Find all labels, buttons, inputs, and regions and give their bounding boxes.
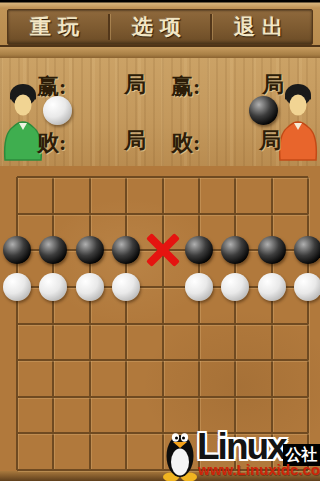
stone-white bbox=[39, 273, 67, 301]
grid-line-horizontal bbox=[17, 323, 308, 325]
grid-line-horizontal bbox=[17, 396, 308, 398]
stone-white bbox=[294, 273, 320, 301]
stone-white bbox=[221, 273, 249, 301]
right-player-avatar bbox=[279, 82, 319, 162]
right-win-label: 赢: bbox=[171, 72, 200, 102]
options-button[interactable]: 选项 bbox=[110, 13, 210, 41]
stone-black bbox=[294, 236, 320, 264]
grid-line-horizontal bbox=[17, 359, 308, 361]
tux-penguin-icon bbox=[161, 427, 199, 481]
stone-white bbox=[258, 273, 286, 301]
menu-bar-frame-lip bbox=[0, 45, 320, 58]
stone-black bbox=[185, 236, 213, 264]
game-screen: 重玩 选项 退出 bbox=[0, 0, 320, 481]
watermark-url: www.Linuxidc.com bbox=[198, 461, 320, 478]
exit-button[interactable]: 退出 bbox=[212, 13, 312, 41]
right-player-stone-black bbox=[249, 96, 278, 125]
grid-line-horizontal bbox=[17, 176, 308, 178]
grid-line-horizontal bbox=[17, 213, 308, 215]
stone-black bbox=[221, 236, 249, 264]
replay-button[interactable]: 重玩 bbox=[8, 13, 108, 41]
left-lose-label: 败: bbox=[37, 128, 66, 158]
stone-white bbox=[185, 273, 213, 301]
watermark-brand: Linux bbox=[197, 429, 297, 465]
scoreboard: 赢: 败: 局 局 赢: 败: 局 局 bbox=[0, 58, 320, 169]
left-player-avatar bbox=[2, 82, 42, 162]
menu-panel: 重玩 选项 退出 bbox=[7, 9, 313, 45]
stone-black bbox=[112, 236, 140, 264]
stone-black bbox=[258, 236, 286, 264]
left-lose-unit: 局 bbox=[124, 126, 146, 156]
last-move-marker bbox=[146, 233, 180, 267]
right-win-unit: 局 bbox=[262, 70, 284, 100]
stone-white bbox=[112, 273, 140, 301]
right-lose-unit: 局 bbox=[259, 126, 281, 156]
stone-black bbox=[76, 236, 104, 264]
stone-white bbox=[76, 273, 104, 301]
stone-black bbox=[39, 236, 67, 264]
left-win-unit: 局 bbox=[124, 70, 146, 100]
stone-white bbox=[3, 273, 31, 301]
left-player-stone-white bbox=[43, 96, 72, 125]
right-lose-label: 败: bbox=[171, 128, 200, 158]
stone-black bbox=[3, 236, 31, 264]
menu-bar: 重玩 选项 退出 bbox=[0, 0, 320, 58]
